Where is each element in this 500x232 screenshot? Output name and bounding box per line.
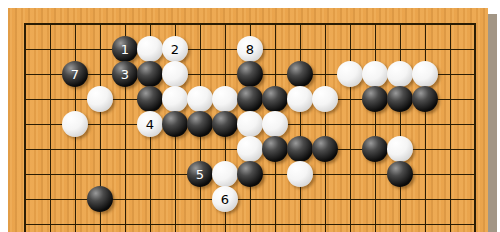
black-stone: 7 — [62, 61, 88, 87]
black-stone — [237, 86, 263, 112]
black-stone — [162, 111, 188, 137]
white-stone — [412, 61, 438, 87]
black-stone — [237, 161, 263, 187]
grid-line-vertical — [474, 24, 476, 232]
move-number: 4 — [146, 118, 154, 131]
black-stone: 1 — [112, 36, 138, 62]
black-stone — [362, 86, 388, 112]
move-number: 8 — [246, 43, 254, 56]
black-stone — [212, 111, 238, 137]
white-stone — [237, 136, 263, 162]
white-stone — [187, 86, 213, 112]
black-stone — [262, 136, 288, 162]
white-stone — [287, 86, 313, 112]
grid-line-horizontal — [24, 23, 476, 25]
white-stone: 2 — [162, 36, 188, 62]
move-number: 6 — [221, 193, 229, 206]
grid-line-vertical — [50, 24, 51, 232]
move-number: 2 — [171, 43, 179, 56]
white-stone — [287, 161, 313, 187]
grid-line-vertical — [325, 24, 326, 232]
white-stone — [62, 111, 88, 137]
grid-line-vertical — [24, 24, 26, 232]
white-stone: 4 — [137, 111, 163, 137]
black-stone — [387, 86, 413, 112]
white-stone — [387, 136, 413, 162]
white-stone — [212, 86, 238, 112]
move-number: 5 — [196, 168, 204, 181]
black-stone — [412, 86, 438, 112]
black-stone — [137, 86, 163, 112]
white-stone — [162, 86, 188, 112]
grid-line-vertical — [400, 24, 401, 232]
grid-line-vertical — [375, 24, 376, 232]
black-stone — [387, 161, 413, 187]
black-stone — [287, 136, 313, 162]
white-stone — [87, 86, 113, 112]
grid-line-vertical — [450, 24, 451, 232]
white-stone — [387, 61, 413, 87]
black-stone — [87, 186, 113, 212]
black-stone: 5 — [187, 161, 213, 187]
move-number: 3 — [121, 68, 129, 81]
go-diagram: 12873456 — [0, 0, 500, 232]
white-stone — [162, 61, 188, 87]
white-stone — [237, 111, 263, 137]
black-stone: 3 — [112, 61, 138, 87]
white-stone — [312, 86, 338, 112]
black-stone — [262, 86, 288, 112]
white-stone — [362, 61, 388, 87]
move-number: 7 — [71, 68, 79, 81]
white-stone: 8 — [237, 36, 263, 62]
white-stone — [212, 161, 238, 187]
board-shadow — [488, 14, 497, 232]
black-stone — [137, 61, 163, 87]
white-stone — [337, 61, 363, 87]
white-stone: 6 — [212, 186, 238, 212]
go-board[interactable]: 12873456 — [8, 8, 488, 232]
black-stone — [287, 61, 313, 87]
move-number: 1 — [121, 43, 129, 56]
black-stone — [187, 111, 213, 137]
grid-line-vertical — [350, 24, 351, 232]
black-stone — [237, 61, 263, 87]
grid-line-vertical — [300, 24, 301, 232]
white-stone — [137, 36, 163, 62]
black-stone — [362, 136, 388, 162]
white-stone — [262, 111, 288, 137]
black-stone — [312, 136, 338, 162]
grid-line-vertical — [425, 24, 426, 232]
grid-line-horizontal — [24, 224, 476, 225]
